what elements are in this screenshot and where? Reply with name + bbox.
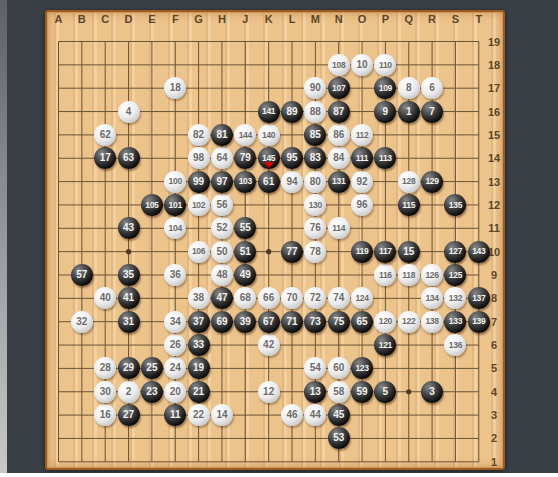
move-number: 14: [216, 410, 227, 420]
row-label-12: 12: [481, 199, 507, 211]
window-edge-strip: [0, 0, 7, 477]
stone-G15-move-82[interactable]: 82: [188, 124, 210, 146]
move-number: 56: [216, 200, 227, 210]
stone-J10-move-51[interactable]: 51: [234, 241, 256, 263]
move-number: 71: [286, 317, 297, 327]
move-number: 29: [123, 363, 134, 373]
move-number: 13: [310, 387, 321, 397]
stone-N8-move-74[interactable]: 74: [328, 287, 350, 309]
move-number: 17: [100, 153, 111, 163]
stone-N16-move-87[interactable]: 87: [328, 101, 350, 123]
stone-O12-move-96[interactable]: 96: [351, 194, 373, 216]
move-number: 51: [240, 247, 251, 257]
move-number: 12: [263, 387, 274, 397]
stone-Q16-move-1[interactable]: 1: [398, 101, 420, 123]
move-number: 139: [472, 317, 485, 326]
move-number: 42: [263, 340, 274, 350]
stone-K8-move-66[interactable]: 66: [258, 287, 280, 309]
move-number: 130: [309, 201, 322, 210]
stone-N7-move-75[interactable]: 75: [328, 311, 350, 333]
stone-G4-move-21[interactable]: 21: [188, 381, 210, 403]
move-number: 88: [310, 107, 321, 117]
move-number: 37: [193, 317, 204, 327]
stone-J7-move-39[interactable]: 39: [234, 311, 256, 333]
move-number: 31: [123, 317, 134, 327]
stone-G12-move-102[interactable]: 102: [188, 194, 210, 216]
go-board[interactable]: ABCDEFGHJKLMNOPQRST 19181716151413121110…: [45, 10, 505, 470]
stone-R13-move-129[interactable]: 129: [421, 171, 443, 193]
move-number: 34: [170, 317, 181, 327]
stone-N11-move-114[interactable]: 114: [328, 217, 350, 239]
move-number: 49: [240, 270, 251, 280]
move-number: 131: [332, 177, 345, 186]
stone-F7-move-34[interactable]: 34: [164, 311, 186, 333]
move-number: 117: [379, 247, 392, 256]
stone-D14-move-63[interactable]: 63: [118, 147, 140, 169]
stone-H3-move-14[interactable]: 14: [211, 404, 233, 426]
stone-D5-move-29[interactable]: 29: [118, 357, 140, 379]
row-label-19: 19: [481, 36, 507, 48]
row-label-1: 1: [481, 456, 507, 468]
stone-M16-move-88[interactable]: 88: [304, 101, 326, 123]
move-number: 21: [193, 387, 204, 397]
move-number: 47: [216, 293, 227, 303]
move-number: 81: [216, 130, 227, 140]
move-number: 61: [263, 177, 274, 187]
move-number: 107: [332, 84, 345, 93]
move-number: 24: [170, 363, 181, 373]
stone-S7-move-133[interactable]: 133: [444, 311, 466, 333]
move-number: 66: [263, 293, 274, 303]
move-number: 67: [263, 317, 274, 327]
move-number: 73: [310, 317, 321, 327]
move-number: 74: [333, 293, 344, 303]
row-label-11: 11: [481, 222, 507, 234]
col-label-J: J: [235, 13, 255, 25]
stone-D9-move-35[interactable]: 35: [118, 264, 140, 286]
stone-B7-move-32[interactable]: 32: [71, 311, 93, 333]
move-number: 92: [356, 177, 367, 187]
move-number: 82: [193, 130, 204, 140]
move-number: 116: [379, 271, 392, 280]
stone-F13-move-100[interactable]: 100: [164, 171, 186, 193]
stone-G14-move-98[interactable]: 98: [188, 147, 210, 169]
move-number: 137: [472, 294, 485, 303]
move-number: 132: [449, 294, 462, 303]
row-label-14: 14: [481, 152, 507, 164]
move-number: 102: [192, 201, 205, 210]
move-number: 41: [123, 293, 134, 303]
col-label-B: B: [72, 13, 92, 25]
star-point-D10: [126, 249, 131, 254]
row-label-13: 13: [481, 176, 507, 188]
stone-D8-move-41[interactable]: 41: [118, 287, 140, 309]
move-number: 75: [333, 317, 344, 327]
move-number: 3: [429, 387, 435, 397]
stone-N13-move-131[interactable]: 131: [328, 171, 350, 193]
move-number: 1: [406, 107, 412, 117]
move-number: 65: [356, 317, 367, 327]
stone-N17-move-107[interactable]: 107: [328, 77, 350, 99]
move-number: 53: [333, 433, 344, 443]
move-number: 43: [123, 223, 134, 233]
stone-O13-move-92[interactable]: 92: [351, 171, 373, 193]
stone-Q9-move-118[interactable]: 118: [398, 264, 420, 286]
star-point-Q4: [406, 389, 411, 394]
row-label-2: 2: [481, 432, 507, 444]
move-number: 115: [402, 201, 415, 210]
move-number: 124: [355, 294, 368, 303]
move-number: 106: [192, 247, 205, 256]
move-number: 70: [286, 293, 297, 303]
move-number: 54: [310, 363, 321, 373]
row-label-15: 15: [481, 129, 507, 141]
col-label-H: H: [212, 13, 232, 25]
move-number: 135: [449, 201, 462, 210]
move-number: 129: [425, 177, 438, 186]
move-number: 114: [332, 224, 345, 233]
stone-Q7-move-122[interactable]: 122: [398, 311, 420, 333]
stone-G13-move-99[interactable]: 99: [188, 171, 210, 193]
move-number: 40: [100, 293, 111, 303]
stone-D4-move-2[interactable]: 2: [118, 381, 140, 403]
stone-N3-move-45[interactable]: 45: [328, 404, 350, 426]
move-number: 140: [262, 131, 275, 140]
move-number: 100: [169, 177, 182, 186]
stone-E12-move-105[interactable]: 105: [141, 194, 163, 216]
move-number: 127: [449, 247, 462, 256]
move-number: 16: [100, 410, 111, 420]
move-number: 63: [123, 153, 134, 163]
move-number: 104: [169, 224, 182, 233]
stone-K15-move-140[interactable]: 140: [258, 124, 280, 146]
stone-M10-move-78[interactable]: 78: [304, 241, 326, 263]
stone-K7-move-67[interactable]: 67: [258, 311, 280, 333]
stone-M13-move-80[interactable]: 80: [304, 171, 326, 193]
stone-H12-move-56[interactable]: 56: [211, 194, 233, 216]
move-number: 33: [193, 340, 204, 350]
stone-F4-move-20[interactable]: 20: [164, 381, 186, 403]
move-number: 2: [126, 387, 132, 397]
move-number: 5: [383, 387, 389, 397]
col-label-K: K: [259, 13, 279, 25]
col-label-Q: Q: [399, 13, 419, 25]
stone-Q10-move-15[interactable]: 15: [398, 241, 420, 263]
stone-L16-move-89[interactable]: 89: [281, 101, 303, 123]
move-number: 119: [356, 247, 369, 256]
stone-S10-move-127[interactable]: 127: [444, 241, 466, 263]
move-number: 72: [310, 293, 321, 303]
row-label-16: 16: [481, 106, 507, 118]
stone-O10-move-119[interactable]: 119: [351, 241, 373, 263]
col-label-T: T: [469, 13, 489, 25]
move-number: 143: [472, 247, 485, 256]
move-number: 60: [333, 363, 344, 373]
move-number: 134: [425, 294, 438, 303]
move-number: 8: [406, 83, 412, 93]
move-number: 64: [216, 153, 227, 163]
move-number: 11: [170, 410, 181, 420]
stone-Q13-move-128[interactable]: 128: [398, 171, 420, 193]
stone-P16-move-9[interactable]: 9: [374, 101, 396, 123]
col-label-E: E: [142, 13, 162, 25]
move-number: 99: [193, 177, 204, 187]
stone-P10-move-117[interactable]: 117: [374, 241, 396, 263]
move-number: 98: [193, 153, 204, 163]
stone-K16-move-141[interactable]: 141: [258, 101, 280, 123]
move-number: 27: [123, 410, 134, 420]
stone-L10-move-77[interactable]: 77: [281, 241, 303, 263]
col-label-G: G: [189, 13, 209, 25]
move-number: 22: [193, 410, 204, 420]
move-number: 77: [286, 247, 297, 257]
col-label-N: N: [329, 13, 349, 25]
stone-K13-move-61[interactable]: 61: [258, 171, 280, 193]
stone-M7-move-73[interactable]: 73: [304, 311, 326, 333]
move-number: 20: [170, 387, 181, 397]
col-label-L: L: [282, 13, 302, 25]
move-number: 45: [333, 410, 344, 420]
stone-H10-move-50[interactable]: 50: [211, 241, 233, 263]
move-number: 10: [356, 60, 367, 70]
stone-N14-move-84[interactable]: 84: [328, 147, 350, 169]
stone-G5-move-19[interactable]: 19: [188, 357, 210, 379]
row-label-4: 4: [481, 386, 507, 398]
col-label-A: A: [49, 13, 69, 25]
stone-L7-move-71[interactable]: 71: [281, 311, 303, 333]
col-label-R: R: [422, 13, 442, 25]
move-number: 118: [402, 271, 415, 280]
col-label-C: C: [95, 13, 115, 25]
move-number: 84: [333, 153, 344, 163]
stone-J13-move-103[interactable]: 103: [234, 171, 256, 193]
stone-G7-move-37[interactable]: 37: [188, 311, 210, 333]
stone-K14-move-145[interactable]: 145: [258, 147, 280, 169]
stone-T7-move-139[interactable]: 139: [468, 311, 490, 333]
col-label-S: S: [445, 13, 465, 25]
move-number: 36: [170, 270, 181, 280]
stone-R7-move-138[interactable]: 138: [421, 311, 443, 333]
col-label-M: M: [305, 13, 325, 25]
move-number: 79: [240, 153, 251, 163]
star-point-K10: [266, 249, 271, 254]
move-number: 15: [403, 247, 414, 257]
stone-T10-move-143[interactable]: 143: [468, 241, 490, 263]
move-number: 62: [100, 130, 111, 140]
move-number: 95: [286, 153, 297, 163]
move-number: 105: [145, 201, 158, 210]
stone-B9-move-57[interactable]: 57: [71, 264, 93, 286]
row-label-5: 5: [481, 362, 507, 374]
move-number: 144: [239, 131, 252, 140]
stone-K4-move-12[interactable]: 12: [258, 381, 280, 403]
move-number: 138: [425, 317, 438, 326]
stone-D3-move-27[interactable]: 27: [118, 404, 140, 426]
stone-Q17-move-8[interactable]: 8: [398, 77, 420, 99]
stone-C15-move-62[interactable]: 62: [94, 124, 116, 146]
move-number: 52: [216, 223, 227, 233]
move-number: 35: [123, 270, 134, 280]
move-number: 128: [402, 177, 415, 186]
row-label-6: 6: [481, 339, 507, 351]
move-number: 141: [262, 107, 275, 116]
row-label-9: 9: [481, 269, 507, 281]
stone-R16-move-7[interactable]: 7: [421, 101, 443, 123]
stone-K6-move-42[interactable]: 42: [258, 334, 280, 356]
move-number: 55: [240, 223, 251, 233]
move-number: 19: [193, 363, 204, 373]
move-number: 69: [216, 317, 227, 327]
stone-L3-move-46[interactable]: 46: [281, 404, 303, 426]
stone-N2-move-53[interactable]: 53: [328, 427, 350, 449]
row-label-18: 18: [481, 59, 507, 71]
move-number: 145: [262, 154, 275, 163]
move-number: 97: [216, 177, 227, 187]
stone-C4-move-30[interactable]: 30: [94, 381, 116, 403]
move-number: 121: [379, 341, 392, 350]
stone-D7-move-31[interactable]: 31: [118, 311, 140, 333]
move-number: 136: [449, 341, 462, 350]
move-number: 103: [239, 177, 252, 186]
move-number: 96: [356, 200, 367, 210]
stone-E4-move-23[interactable]: 23: [141, 381, 163, 403]
move-number: 46: [286, 410, 297, 420]
stone-P7-move-120[interactable]: 120: [374, 311, 396, 333]
move-number: 39: [240, 317, 251, 327]
move-number: 6: [429, 83, 435, 93]
move-number: 32: [76, 317, 87, 327]
move-number: 26: [170, 340, 181, 350]
move-number: 110: [379, 61, 392, 70]
stone-N4-move-58[interactable]: 58: [328, 381, 350, 403]
stone-N18-move-108[interactable]: 108: [328, 54, 350, 76]
move-number: 86: [333, 130, 344, 140]
stone-G3-move-22[interactable]: 22: [188, 404, 210, 426]
move-number: 38: [193, 293, 204, 303]
move-number: 125: [449, 271, 462, 280]
stone-O7-move-65[interactable]: 65: [351, 311, 373, 333]
move-number: 4: [126, 107, 132, 117]
stone-H15-move-81[interactable]: 81: [211, 124, 233, 146]
stone-R9-move-126[interactable]: 126: [421, 264, 443, 286]
stone-N15-move-86[interactable]: 86: [328, 124, 350, 146]
move-number: 83: [310, 153, 321, 163]
last-move-marker: [264, 162, 274, 168]
stone-L13-move-94[interactable]: 94: [281, 171, 303, 193]
stone-H13-move-97[interactable]: 97: [211, 171, 233, 193]
move-number: 94: [286, 177, 297, 187]
col-label-D: D: [119, 13, 139, 25]
move-number: 113: [379, 154, 392, 163]
move-number: 122: [402, 317, 415, 326]
col-label-F: F: [165, 13, 185, 25]
move-number: 30: [100, 387, 111, 397]
stone-R4-move-3[interactable]: 3: [421, 381, 443, 403]
move-number: 59: [356, 387, 367, 397]
move-number: 18: [170, 83, 181, 93]
stone-D16-move-4[interactable]: 4: [118, 101, 140, 123]
move-number: 111: [356, 154, 368, 163]
move-number: 7: [429, 107, 435, 117]
stone-P4-move-5[interactable]: 5: [374, 381, 396, 403]
move-number: 126: [425, 271, 438, 280]
move-number: 109: [379, 84, 392, 93]
stone-Q12-move-115[interactable]: 115: [398, 194, 420, 216]
stone-H9-move-48[interactable]: 48: [211, 264, 233, 286]
go-app-window: ABCDEFGHJKLMNOPQRST 19181716151413121110…: [0, 0, 558, 477]
page-bottom-strip: [0, 473, 558, 477]
move-number: 23: [146, 387, 157, 397]
move-number: 78: [310, 247, 321, 257]
move-number: 25: [146, 363, 157, 373]
row-label-17: 17: [481, 82, 507, 94]
move-number: 87: [333, 107, 344, 117]
stone-T8-move-137[interactable]: 137: [468, 287, 490, 309]
move-number: 28: [100, 363, 111, 373]
stone-G10-move-106[interactable]: 106: [188, 241, 210, 263]
col-label-P: P: [375, 13, 395, 25]
move-number: 48: [216, 270, 227, 280]
stone-D11-move-43[interactable]: 43: [118, 217, 140, 239]
move-number: 85: [310, 130, 321, 140]
stone-O4-move-59[interactable]: 59: [351, 381, 373, 403]
stone-H7-move-69[interactable]: 69: [211, 311, 233, 333]
move-number: 76: [310, 223, 321, 233]
move-number: 120: [379, 317, 392, 326]
move-number: 90: [310, 83, 321, 93]
stone-M4-move-13[interactable]: 13: [304, 381, 326, 403]
move-number: 9: [383, 107, 389, 117]
stone-O18-move-10[interactable]: 10: [351, 54, 373, 76]
move-number: 133: [449, 317, 462, 326]
move-number: 101: [169, 201, 182, 210]
move-number: 89: [286, 107, 297, 117]
stone-G8-move-38[interactable]: 38: [188, 287, 210, 309]
stone-N5-move-60[interactable]: 60: [328, 357, 350, 379]
move-number: 108: [332, 61, 345, 70]
stone-O15-move-112[interactable]: 112: [351, 124, 373, 146]
col-label-O: O: [352, 13, 372, 25]
move-number: 57: [76, 270, 87, 280]
row-label-3: 3: [481, 409, 507, 421]
move-number: 123: [355, 364, 368, 373]
move-number: 80: [310, 177, 321, 187]
move-number: 112: [356, 131, 369, 140]
stone-G6-move-33[interactable]: 33: [188, 334, 210, 356]
move-number: 44: [310, 410, 321, 420]
move-number: 50: [216, 247, 227, 257]
move-number: 68: [240, 293, 251, 303]
move-number: 58: [333, 387, 344, 397]
